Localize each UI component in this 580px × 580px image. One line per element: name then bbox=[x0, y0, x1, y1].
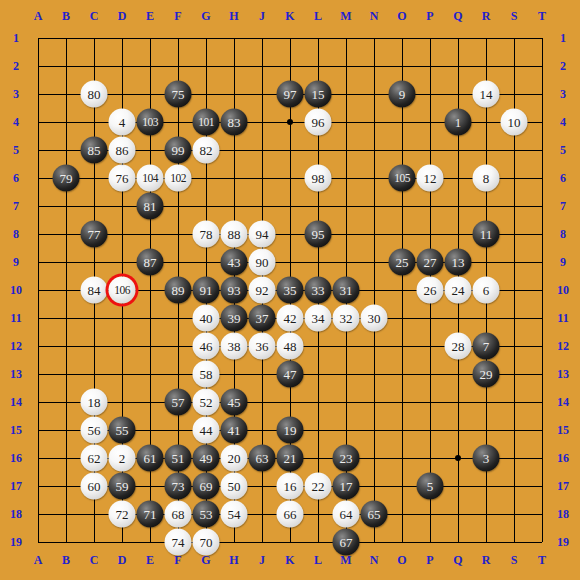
stone-M17[interactable]: 17 bbox=[333, 473, 360, 500]
stone-K16[interactable]: 21 bbox=[277, 445, 304, 472]
stone-M11[interactable]: 32 bbox=[333, 305, 360, 332]
stone-C16[interactable]: 62 bbox=[81, 445, 108, 472]
stone-D10[interactable]: 106 bbox=[109, 277, 136, 304]
stone-F16[interactable]: 51 bbox=[165, 445, 192, 472]
column-label-top: M bbox=[340, 10, 351, 22]
stone-F19[interactable]: 74 bbox=[165, 529, 192, 556]
row-label-left: 3 bbox=[13, 88, 19, 100]
row-label-right: 18 bbox=[557, 508, 569, 520]
column-label-top: N bbox=[370, 10, 379, 22]
stone-G10[interactable]: 91 bbox=[193, 277, 220, 304]
row-label-left: 10 bbox=[10, 284, 22, 296]
row-label-left: 18 bbox=[10, 508, 22, 520]
row-label-right: 5 bbox=[560, 144, 566, 156]
stone-G19[interactable]: 70 bbox=[193, 529, 220, 556]
row-label-left: 14 bbox=[10, 396, 22, 408]
row-label-left: 13 bbox=[10, 368, 22, 380]
stone-H17[interactable]: 50 bbox=[221, 473, 248, 500]
stone-G18[interactable]: 53 bbox=[193, 501, 220, 528]
stone-H11[interactable]: 39 bbox=[221, 305, 248, 332]
row-label-right: 10 bbox=[557, 284, 569, 296]
stone-N18[interactable]: 65 bbox=[361, 501, 388, 528]
column-label-bottom: T bbox=[538, 554, 546, 566]
row-label-right: 14 bbox=[557, 396, 569, 408]
stone-E6[interactable]: 104 bbox=[137, 165, 164, 192]
stone-Q12[interactable]: 28 bbox=[445, 333, 472, 360]
stone-H4[interactable]: 83 bbox=[221, 109, 248, 136]
row-label-left: 17 bbox=[10, 480, 22, 492]
column-label-top: F bbox=[174, 10, 181, 22]
stone-H12[interactable]: 38 bbox=[221, 333, 248, 360]
stone-R3[interactable]: 14 bbox=[473, 81, 500, 108]
stone-C5[interactable]: 85 bbox=[81, 137, 108, 164]
stone-C14[interactable]: 18 bbox=[81, 389, 108, 416]
stone-H16[interactable]: 20 bbox=[221, 445, 248, 472]
stone-E4[interactable]: 103 bbox=[137, 109, 164, 136]
column-label-bottom: A bbox=[34, 554, 43, 566]
stone-L8[interactable]: 95 bbox=[305, 221, 332, 248]
column-label-bottom: F bbox=[174, 554, 181, 566]
column-label-top: O bbox=[397, 10, 406, 22]
stone-R13[interactable]: 29 bbox=[473, 361, 500, 388]
star-point bbox=[455, 455, 461, 461]
row-label-left: 15 bbox=[10, 424, 22, 436]
column-label-bottom: G bbox=[201, 554, 210, 566]
column-label-top: S bbox=[511, 10, 518, 22]
stone-F10[interactable]: 89 bbox=[165, 277, 192, 304]
stone-C10[interactable]: 84 bbox=[81, 277, 108, 304]
column-label-bottom: M bbox=[340, 554, 351, 566]
stone-H15[interactable]: 41 bbox=[221, 417, 248, 444]
column-label-bottom: S bbox=[511, 554, 518, 566]
stone-P10[interactable]: 26 bbox=[417, 277, 444, 304]
stone-G12[interactable]: 46 bbox=[193, 333, 220, 360]
column-label-top: E bbox=[146, 10, 154, 22]
column-label-bottom: J bbox=[259, 554, 265, 566]
stone-K13[interactable]: 47 bbox=[277, 361, 304, 388]
row-label-right: 19 bbox=[557, 536, 569, 548]
stone-D16[interactable]: 2 bbox=[109, 445, 136, 472]
stone-Q9[interactable]: 13 bbox=[445, 249, 472, 276]
row-label-right: 17 bbox=[557, 480, 569, 492]
row-label-right: 11 bbox=[557, 312, 568, 324]
column-label-top: K bbox=[285, 10, 294, 22]
column-label-bottom: L bbox=[314, 554, 322, 566]
row-label-right: 8 bbox=[560, 228, 566, 240]
stone-H8[interactable]: 88 bbox=[221, 221, 248, 248]
row-label-right: 2 bbox=[560, 60, 566, 72]
stone-K15[interactable]: 19 bbox=[277, 417, 304, 444]
column-label-top: L bbox=[314, 10, 322, 22]
column-label-bottom: P bbox=[426, 554, 433, 566]
column-label-bottom: N bbox=[370, 554, 379, 566]
stone-D4[interactable]: 4 bbox=[109, 109, 136, 136]
stone-J12[interactable]: 36 bbox=[249, 333, 276, 360]
stone-G5[interactable]: 82 bbox=[193, 137, 220, 164]
stone-O6[interactable]: 105 bbox=[389, 165, 416, 192]
row-label-right: 1 bbox=[560, 32, 566, 44]
stone-O9[interactable]: 25 bbox=[389, 249, 416, 276]
stone-F17[interactable]: 73 bbox=[165, 473, 192, 500]
stone-J10[interactable]: 92 bbox=[249, 277, 276, 304]
stone-G4[interactable]: 101 bbox=[193, 109, 220, 136]
stone-J9[interactable]: 90 bbox=[249, 249, 276, 276]
stone-H14[interactable]: 45 bbox=[221, 389, 248, 416]
stone-G17[interactable]: 69 bbox=[193, 473, 220, 500]
row-label-right: 4 bbox=[560, 116, 566, 128]
row-label-right: 7 bbox=[560, 200, 566, 212]
row-label-left: 9 bbox=[13, 256, 19, 268]
stone-B6[interactable]: 79 bbox=[53, 165, 80, 192]
stone-D18[interactable]: 72 bbox=[109, 501, 136, 528]
star-point bbox=[287, 119, 293, 125]
row-label-left: 2 bbox=[13, 60, 19, 72]
go-board[interactable]: AABBCCDDEEFFGGHHJJKKLLMMNNOOPPQQRRSSTT11… bbox=[0, 0, 580, 580]
stone-G8[interactable]: 78 bbox=[193, 221, 220, 248]
row-label-left: 1 bbox=[13, 32, 19, 44]
stone-C15[interactable]: 56 bbox=[81, 417, 108, 444]
stone-S4[interactable]: 10 bbox=[501, 109, 528, 136]
stone-R16[interactable]: 3 bbox=[473, 445, 500, 472]
column-label-bottom: Q bbox=[453, 554, 462, 566]
row-label-right: 13 bbox=[557, 368, 569, 380]
column-label-bottom: C bbox=[90, 554, 99, 566]
stone-L11[interactable]: 34 bbox=[305, 305, 332, 332]
stone-P17[interactable]: 5 bbox=[417, 473, 444, 500]
stone-J8[interactable]: 94 bbox=[249, 221, 276, 248]
stone-H9[interactable]: 43 bbox=[221, 249, 248, 276]
column-label-top: B bbox=[62, 10, 70, 22]
stone-L3[interactable]: 15 bbox=[305, 81, 332, 108]
stone-G16[interactable]: 49 bbox=[193, 445, 220, 472]
column-label-bottom: H bbox=[229, 554, 238, 566]
row-label-left: 16 bbox=[10, 452, 22, 464]
stone-O3[interactable]: 9 bbox=[389, 81, 416, 108]
column-label-top: A bbox=[34, 10, 43, 22]
stone-F3[interactable]: 75 bbox=[165, 81, 192, 108]
stone-E18[interactable]: 71 bbox=[137, 501, 164, 528]
stone-K11[interactable]: 42 bbox=[277, 305, 304, 332]
stone-K10[interactable]: 35 bbox=[277, 277, 304, 304]
stone-K18[interactable]: 66 bbox=[277, 501, 304, 528]
row-label-left: 6 bbox=[13, 172, 19, 184]
stone-C8[interactable]: 77 bbox=[81, 221, 108, 248]
row-label-left: 11 bbox=[10, 312, 21, 324]
column-label-top: J bbox=[259, 10, 265, 22]
row-label-left: 5 bbox=[13, 144, 19, 156]
stone-R6[interactable]: 8 bbox=[473, 165, 500, 192]
stone-E16[interactable]: 61 bbox=[137, 445, 164, 472]
stone-K3[interactable]: 97 bbox=[277, 81, 304, 108]
row-label-right: 6 bbox=[560, 172, 566, 184]
stone-L10[interactable]: 33 bbox=[305, 277, 332, 304]
column-label-top: R bbox=[482, 10, 491, 22]
stone-D17[interactable]: 59 bbox=[109, 473, 136, 500]
stone-F18[interactable]: 68 bbox=[165, 501, 192, 528]
stone-L4[interactable]: 96 bbox=[305, 109, 332, 136]
stone-D6[interactable]: 76 bbox=[109, 165, 136, 192]
stone-Q4[interactable]: 1 bbox=[445, 109, 472, 136]
stone-D15[interactable]: 55 bbox=[109, 417, 136, 444]
stone-E9[interactable]: 87 bbox=[137, 249, 164, 276]
stone-G13[interactable]: 58 bbox=[193, 361, 220, 388]
stone-K12[interactable]: 48 bbox=[277, 333, 304, 360]
stone-K17[interactable]: 16 bbox=[277, 473, 304, 500]
stone-R12[interactable]: 7 bbox=[473, 333, 500, 360]
row-label-left: 7 bbox=[13, 200, 19, 212]
row-label-left: 4 bbox=[13, 116, 19, 128]
column-label-top: Q bbox=[453, 10, 462, 22]
stone-P9[interactable]: 27 bbox=[417, 249, 444, 276]
stone-J11[interactable]: 37 bbox=[249, 305, 276, 332]
column-label-top: H bbox=[229, 10, 238, 22]
column-label-top: D bbox=[118, 10, 127, 22]
column-label-bottom: O bbox=[397, 554, 406, 566]
stone-D5[interactable]: 86 bbox=[109, 137, 136, 164]
column-label-top: C bbox=[90, 10, 99, 22]
stone-M16[interactable]: 23 bbox=[333, 445, 360, 472]
stone-M10[interactable]: 31 bbox=[333, 277, 360, 304]
stone-C3[interactable]: 80 bbox=[81, 81, 108, 108]
row-label-right: 9 bbox=[560, 256, 566, 268]
column-label-bottom: B bbox=[62, 554, 70, 566]
stone-G14[interactable]: 52 bbox=[193, 389, 220, 416]
row-label-right: 3 bbox=[560, 88, 566, 100]
stone-M19[interactable]: 67 bbox=[333, 529, 360, 556]
stone-N11[interactable]: 30 bbox=[361, 305, 388, 332]
column-label-top: P bbox=[426, 10, 433, 22]
column-label-top: T bbox=[538, 10, 546, 22]
row-label-right: 15 bbox=[557, 424, 569, 436]
stone-E7[interactable]: 81 bbox=[137, 193, 164, 220]
stone-F6[interactable]: 102 bbox=[165, 165, 192, 192]
stone-R8[interactable]: 11 bbox=[473, 221, 500, 248]
stone-L17[interactable]: 22 bbox=[305, 473, 332, 500]
stone-J16[interactable]: 63 bbox=[249, 445, 276, 472]
row-label-left: 19 bbox=[10, 536, 22, 548]
stone-H10[interactable]: 93 bbox=[221, 277, 248, 304]
stone-Q10[interactable]: 24 bbox=[445, 277, 472, 304]
stone-F5[interactable]: 99 bbox=[165, 137, 192, 164]
stone-G11[interactable]: 40 bbox=[193, 305, 220, 332]
column-label-bottom: E bbox=[146, 554, 154, 566]
row-label-right: 16 bbox=[557, 452, 569, 464]
stone-G15[interactable]: 44 bbox=[193, 417, 220, 444]
column-label-bottom: R bbox=[482, 554, 491, 566]
row-label-left: 8 bbox=[13, 228, 19, 240]
stone-R10[interactable]: 6 bbox=[473, 277, 500, 304]
stone-C17[interactable]: 60 bbox=[81, 473, 108, 500]
stone-H18[interactable]: 54 bbox=[221, 501, 248, 528]
column-label-top: G bbox=[201, 10, 210, 22]
stone-P6[interactable]: 12 bbox=[417, 165, 444, 192]
stone-L6[interactable]: 98 bbox=[305, 165, 332, 192]
column-label-bottom: D bbox=[118, 554, 127, 566]
stone-M18[interactable]: 64 bbox=[333, 501, 360, 528]
row-label-right: 12 bbox=[557, 340, 569, 352]
column-label-bottom: K bbox=[285, 554, 294, 566]
stone-F14[interactable]: 57 bbox=[165, 389, 192, 416]
row-label-left: 12 bbox=[10, 340, 22, 352]
